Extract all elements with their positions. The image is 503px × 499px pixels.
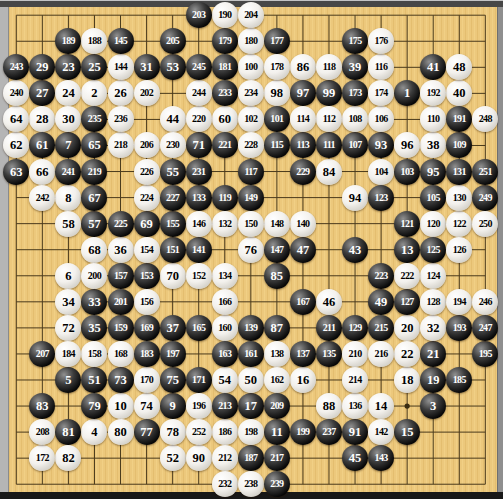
stone-105: 105 (420, 185, 446, 211)
stone-move-number: 199 (296, 426, 309, 437)
stone-move-number: 137 (296, 348, 309, 359)
stone-246: 246 (472, 289, 498, 315)
stone-154: 154 (134, 237, 160, 263)
stone-46: 46 (316, 289, 342, 315)
stone-196: 196 (186, 393, 212, 419)
stone-move-number: 184 (62, 348, 75, 359)
stone-move-number: 4 (91, 425, 97, 439)
stone-move-number: 105 (427, 192, 440, 203)
stone-141: 141 (186, 237, 212, 263)
stone-move-number: 83 (36, 399, 49, 413)
stone-68: 68 (81, 237, 107, 263)
go-board[interactable]: 1234567891011131415161718192021222324252… (9, 7, 497, 492)
stone-move-number: 152 (192, 270, 205, 281)
stone-47: 47 (290, 237, 316, 263)
stone-move-number: 142 (374, 426, 387, 437)
stone-move-number: 183 (140, 348, 153, 359)
stone-move-number: 175 (348, 35, 361, 46)
stone-move-number: 74 (140, 399, 153, 413)
stone-move-number: 239 (270, 478, 283, 489)
stone-move-number: 19 (427, 373, 440, 387)
stone-move-number: 46 (323, 295, 336, 309)
stone-move-number: 160 (218, 322, 231, 333)
stone-57: 57 (81, 211, 107, 237)
stone-133: 133 (186, 185, 212, 211)
stone-move-number: 196 (192, 400, 205, 411)
stone-move-number: 96 (401, 138, 414, 152)
stone-216: 216 (368, 341, 394, 367)
stone-move-number: 123 (374, 192, 387, 203)
stone-78: 78 (160, 419, 186, 445)
stone-131: 131 (446, 159, 472, 185)
stone-88: 88 (316, 393, 342, 419)
window-frame-left (0, 7, 9, 492)
stone-move-number: 243 (10, 61, 23, 72)
stone-181: 181 (212, 54, 238, 80)
stone-move-number: 33 (88, 295, 101, 309)
stone-move-number: 170 (140, 374, 153, 385)
stone-226: 226 (134, 159, 160, 185)
stone-move-number: 246 (479, 296, 492, 307)
stone-249: 249 (472, 185, 498, 211)
stone-move-number: 132 (218, 218, 231, 229)
stone-move-number: 247 (479, 322, 492, 333)
stone-move-number: 181 (218, 61, 231, 72)
stone-move-number: 176 (374, 35, 387, 46)
stone-171: 171 (186, 367, 212, 393)
stone-move-number: 7 (65, 138, 71, 152)
stone-245: 245 (186, 54, 212, 80)
stone-move-number: 133 (192, 192, 205, 203)
stone-187: 187 (238, 445, 264, 471)
stone-move-number: 58 (62, 217, 75, 231)
stone-move-number: 154 (140, 244, 153, 255)
stone-move-number: 185 (453, 374, 466, 385)
stone-move-number: 166 (218, 296, 231, 307)
stone-move-number: 3 (430, 399, 436, 413)
stone-move-number: 24 (62, 86, 75, 100)
stone-179: 179 (212, 28, 238, 54)
stone-move-number: 116 (375, 61, 388, 72)
stone-move-number: 207 (36, 348, 49, 359)
stone-123: 123 (368, 185, 394, 211)
stone-move-number: 95 (427, 165, 440, 179)
stone-19: 19 (420, 367, 446, 393)
hoshi-point (405, 403, 410, 408)
stone-49: 49 (368, 289, 394, 315)
stone-75: 75 (160, 367, 186, 393)
stone-153: 153 (134, 263, 160, 289)
stone-move-number: 35 (88, 321, 101, 335)
stone-67: 67 (81, 185, 107, 211)
stone-move-number: 214 (348, 374, 361, 385)
stone-move-number: 172 (36, 452, 49, 463)
stone-move-number: 186 (218, 426, 231, 437)
stone-move-number: 71 (192, 138, 205, 152)
stone-84: 84 (316, 159, 342, 185)
stone-move-number: 44 (166, 112, 179, 126)
stone-199: 199 (290, 419, 316, 445)
stone-121: 121 (394, 211, 420, 237)
stone-move-number: 189 (62, 35, 75, 46)
stone-move-number: 149 (244, 192, 257, 203)
stone-140: 140 (290, 211, 316, 237)
stone-move-number: 177 (270, 35, 283, 46)
stone-168: 168 (108, 341, 134, 367)
stone-move-number: 209 (270, 400, 283, 411)
stone-135: 135 (316, 341, 342, 367)
stone-move-number: 80 (114, 425, 127, 439)
stone-137: 137 (290, 341, 316, 367)
stone-move-number: 28 (36, 112, 49, 126)
stone-move-number: 41 (427, 60, 440, 74)
stone-move-number: 54 (219, 373, 232, 387)
stone-move-number: 188 (88, 35, 101, 46)
stone-move-number: 163 (218, 348, 231, 359)
stone-move-number: 100 (244, 61, 257, 72)
stone-move-number: 49 (375, 295, 388, 309)
stone-17: 17 (238, 393, 264, 419)
stone-178: 178 (264, 54, 290, 80)
stone-214: 214 (342, 367, 368, 393)
stone-move-number: 11 (271, 425, 283, 439)
stone-move-number: 36 (114, 243, 127, 257)
stone-211: 211 (316, 315, 342, 341)
stone-move-number: 90 (192, 451, 205, 465)
stone-205: 205 (160, 28, 186, 54)
stone-move-number: 195 (479, 348, 492, 359)
stone-136: 136 (342, 393, 368, 419)
stone-move-number: 201 (114, 296, 127, 307)
stone-244: 244 (186, 80, 212, 106)
stone-move-number: 138 (270, 348, 283, 359)
stone-234: 234 (238, 80, 264, 106)
stone-move-number: 122 (453, 218, 466, 229)
stone-move-number: 234 (244, 87, 257, 98)
stone-move-number: 249 (479, 192, 492, 203)
stone-move-number: 101 (270, 113, 283, 124)
stone-move-number: 169 (140, 322, 153, 333)
stone-237: 237 (316, 419, 342, 445)
stone-move-number: 158 (88, 348, 101, 359)
stone-70: 70 (160, 263, 186, 289)
stone-move-number: 251 (479, 166, 492, 177)
stone-move-number: 235 (88, 113, 101, 124)
stone-move-number: 205 (166, 35, 179, 46)
stone-move-number: 110 (427, 113, 440, 124)
stone-move-number: 21 (427, 347, 440, 361)
stone-242: 242 (29, 185, 55, 211)
stone-16: 16 (290, 367, 316, 393)
stone-move-number: 73 (114, 373, 127, 387)
stone-move-number: 143 (374, 452, 387, 463)
stone-move-number: 192 (427, 87, 440, 98)
stone-227: 227 (160, 185, 186, 211)
stone-move-number: 15 (401, 425, 414, 439)
stone-251: 251 (472, 159, 498, 185)
stone-move-number: 69 (140, 217, 153, 231)
stone-move-number: 252 (192, 426, 205, 437)
stone-37: 37 (160, 315, 186, 341)
stone-move-number: 75 (166, 373, 179, 387)
stone-223: 223 (368, 263, 394, 289)
stone-94: 94 (342, 185, 368, 211)
stone-move-number: 212 (218, 452, 231, 463)
stone-206: 206 (134, 132, 160, 158)
stone-move-number: 108 (348, 113, 361, 124)
stone-move-number: 111 (323, 139, 335, 150)
stone-125: 125 (420, 237, 446, 263)
stone-161: 161 (238, 341, 264, 367)
stone-225: 225 (108, 211, 134, 237)
stone-148: 148 (264, 211, 290, 237)
stone-60: 60 (212, 106, 238, 132)
stone-move-number: 157 (114, 270, 127, 281)
stone-move-number: 78 (166, 425, 179, 439)
stone-238: 238 (238, 471, 264, 497)
stone-move-number: 16 (297, 373, 310, 387)
stone-73: 73 (108, 367, 134, 393)
stone-127: 127 (394, 289, 420, 315)
stone-147: 147 (264, 237, 290, 263)
stone-move-number: 135 (322, 348, 335, 359)
stone-move-number: 250 (479, 218, 492, 229)
stone-move-number: 63 (10, 165, 23, 179)
stone-move-number: 139 (244, 322, 257, 333)
stone-move-number: 57 (88, 217, 101, 231)
stone-move-number: 126 (453, 244, 466, 255)
stone-31: 31 (134, 54, 160, 80)
stone-128: 128 (420, 289, 446, 315)
stone-move-number: 219 (88, 166, 101, 177)
stone-move-number: 82 (62, 451, 75, 465)
stone-move-number: 218 (114, 139, 127, 150)
stone-move-number: 107 (348, 139, 361, 150)
stone-146: 146 (186, 211, 212, 237)
stone-move-number: 32 (427, 321, 440, 335)
stone-move-number: 171 (192, 374, 205, 385)
stone-36: 36 (108, 237, 134, 263)
stone-move-number: 229 (296, 166, 309, 177)
stone-160: 160 (212, 315, 238, 341)
stone-move-number: 191 (453, 113, 466, 124)
stone-183: 183 (134, 341, 160, 367)
stone-move-number: 127 (401, 296, 414, 307)
stone-move-number: 202 (140, 87, 153, 98)
stone-move-number: 147 (270, 244, 283, 255)
stone-move-number: 173 (348, 87, 361, 98)
stone-209: 209 (264, 393, 290, 419)
stone-169: 169 (134, 315, 160, 341)
stone-move-number: 178 (270, 61, 283, 72)
stone-222: 222 (394, 263, 420, 289)
stone-219: 219 (81, 159, 107, 185)
stone-165: 165 (186, 315, 212, 341)
stone-198: 198 (238, 419, 264, 445)
stone-138: 138 (264, 341, 290, 367)
stone-8: 8 (55, 185, 81, 211)
stone-166: 166 (212, 289, 238, 315)
stone-move-number: 113 (297, 139, 310, 150)
stone-76: 76 (238, 237, 264, 263)
stone-move-number: 140 (296, 218, 309, 229)
stone-move-number: 159 (114, 322, 127, 333)
stone-move-number: 245 (192, 61, 205, 72)
stone-139: 139 (238, 315, 264, 341)
stone-213: 213 (212, 393, 238, 419)
stone-move-number: 217 (270, 452, 283, 463)
stone-move-number: 174 (374, 87, 387, 98)
stone-move-number: 125 (427, 244, 440, 255)
stone-move-number: 136 (348, 400, 361, 411)
stone-move-number: 128 (427, 296, 440, 307)
stone-move-number: 146 (192, 218, 205, 229)
stone-186: 186 (212, 419, 238, 445)
stone-150: 150 (238, 211, 264, 237)
stone-move-number: 68 (88, 243, 101, 257)
stone-move-number: 228 (244, 139, 257, 150)
stone-move-number: 27 (36, 86, 49, 100)
stone-move-number: 72 (62, 321, 75, 335)
stone-66: 66 (29, 159, 55, 185)
stone-162: 162 (264, 367, 290, 393)
stone-212: 212 (212, 445, 238, 471)
stone-move-number: 34 (62, 295, 75, 309)
stone-move-number: 124 (427, 270, 440, 281)
stone-144: 144 (108, 54, 134, 80)
stone-move-number: 216 (374, 348, 387, 359)
stone-move-number: 223 (374, 270, 387, 281)
stone-move-number: 117 (244, 166, 257, 177)
stone-152: 152 (186, 263, 212, 289)
stone-move-number: 103 (401, 166, 414, 177)
stone-move-number: 168 (114, 348, 127, 359)
stone-194: 194 (446, 289, 472, 315)
stone-201: 201 (108, 289, 134, 315)
stone-move-number: 206 (140, 139, 153, 150)
stone-move-number: 20 (401, 321, 414, 335)
stone-move-number: 52 (166, 451, 179, 465)
stone-95: 95 (420, 159, 446, 185)
stone-move-number: 2 (91, 86, 97, 100)
stone-220: 220 (186, 106, 212, 132)
stone-move-number: 120 (427, 218, 440, 229)
stone-193: 193 (446, 315, 472, 341)
stone-move-number: 38 (427, 138, 440, 152)
stone-move-number: 84 (323, 165, 336, 179)
stone-move-number: 98 (271, 86, 284, 100)
stone-move-number: 14 (375, 399, 388, 413)
stone-move-number: 200 (88, 270, 101, 281)
stone-move-number: 210 (348, 348, 361, 359)
stone-129: 129 (342, 315, 368, 341)
stone-move-number: 97 (297, 86, 310, 100)
stone-159: 159 (108, 315, 134, 341)
stone-move-number: 131 (453, 166, 466, 177)
stone-230: 230 (160, 132, 186, 158)
stone-move-number: 50 (245, 373, 258, 387)
stone-45: 45 (342, 445, 368, 471)
stone-231: 231 (186, 159, 212, 185)
stone-197: 197 (160, 341, 186, 367)
stone-210: 210 (342, 341, 368, 367)
stone-move-number: 77 (140, 425, 153, 439)
stone-move-number: 118 (323, 61, 336, 72)
stone-170: 170 (134, 367, 160, 393)
stone-155: 155 (160, 211, 186, 237)
stone-move-number: 190 (218, 9, 231, 20)
stone-22: 22 (394, 341, 420, 367)
stone-move-number: 115 (271, 139, 284, 150)
stone-move-number: 204 (244, 9, 257, 20)
stone-move-number: 150 (244, 218, 257, 229)
stone-71: 71 (186, 132, 212, 158)
stone-move-number: 93 (375, 138, 388, 152)
stone-move-number: 193 (453, 322, 466, 333)
stone-move-number: 40 (453, 86, 466, 100)
stone-move-number: 55 (166, 165, 179, 179)
stone-move-number: 241 (62, 166, 75, 177)
stone-move-number: 213 (218, 400, 231, 411)
stone-119: 119 (212, 185, 238, 211)
stone-move-number: 88 (323, 399, 336, 413)
stone-move-number: 31 (140, 60, 153, 74)
stone-move-number: 61 (36, 138, 49, 152)
stone-move-number: 221 (218, 139, 231, 150)
stone-85: 85 (264, 263, 290, 289)
stone-20: 20 (394, 315, 420, 341)
stone-132: 132 (212, 211, 238, 237)
stone-215: 215 (368, 315, 394, 341)
stone-232: 232 (212, 471, 238, 497)
stone-218: 218 (108, 132, 134, 158)
stone-53: 53 (160, 54, 186, 80)
stone-move-number: 104 (374, 166, 387, 177)
stone-move-number: 144 (114, 61, 127, 72)
stone-10: 10 (108, 393, 134, 419)
stone-167: 167 (290, 289, 316, 315)
stone-move-number: 238 (244, 478, 257, 489)
stone-move-number: 29 (36, 60, 49, 74)
stone-move-number: 43 (349, 243, 362, 257)
stone-move-number: 85 (271, 269, 284, 283)
stone-11: 11 (264, 419, 290, 445)
stone-130: 130 (446, 185, 472, 211)
stone-move-number: 60 (219, 112, 232, 126)
stone-55: 55 (160, 159, 186, 185)
stone-63: 63 (3, 159, 29, 185)
stone-move-number: 233 (218, 87, 231, 98)
stone-move-number: 155 (166, 218, 179, 229)
stone-move-number: 76 (245, 243, 258, 257)
stone-move-number: 13 (401, 243, 414, 257)
stone-move-number: 220 (192, 113, 205, 124)
stone-44: 44 (160, 106, 186, 132)
stone-move-number: 225 (114, 218, 127, 229)
stone-163: 163 (212, 341, 238, 367)
stone-move-number: 194 (453, 296, 466, 307)
stone-move-number: 109 (453, 139, 466, 150)
stone-move-number: 51 (88, 373, 101, 387)
stone-move-number: 203 (192, 9, 205, 20)
stone-move-number: 70 (166, 269, 179, 283)
stone-217: 217 (264, 445, 290, 471)
stone-move-number: 87 (271, 321, 284, 335)
stone-move-number: 67 (88, 191, 101, 205)
stone-14: 14 (368, 393, 394, 419)
stone-move-number: 99 (323, 86, 336, 100)
stone-move-number: 9 (170, 399, 176, 413)
